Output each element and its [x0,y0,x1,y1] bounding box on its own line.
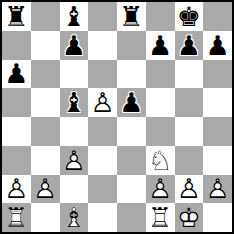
square-d1[interactable] [88,203,117,232]
square-g6[interactable] [175,60,204,89]
square-e8[interactable]: ♜ [117,2,146,31]
square-a7[interactable] [2,31,31,60]
black-pawn-e5-icon: ♟ [117,88,146,117]
white-rook-f1-icon: ♜♖ [146,203,175,232]
square-a6[interactable]: ♟ [2,60,31,89]
white-pawn-b2-icon: ♟♙ [31,175,60,204]
black-rook-e8-icon: ♜ [117,2,146,31]
white-pawn-a2-icon: ♟♙ [2,175,31,204]
square-c8[interactable]: ♝ [60,2,89,31]
square-c7[interactable]: ♟ [60,31,89,60]
square-a3[interactable] [2,146,31,175]
square-d7[interactable] [88,31,117,60]
square-g5[interactable] [175,88,204,117]
black-pawn-g7-icon: ♟ [175,31,204,60]
square-f5[interactable] [146,88,175,117]
chess-board: ♜♝♜♚♟♟♟♟♟♝♟♙♟♟♙♞♘♟♙♟♙♟♙♟♙♟♙♜♖♝♗♜♖♚♔ [0,0,234,234]
square-b6[interactable] [31,60,60,89]
square-c1[interactable]: ♝♗ [60,203,89,232]
square-b3[interactable] [31,146,60,175]
square-f4[interactable] [146,117,175,146]
square-h2[interactable]: ♟♙ [203,175,232,204]
square-c3[interactable]: ♟♙ [60,146,89,175]
square-b4[interactable] [31,117,60,146]
square-h4[interactable] [203,117,232,146]
square-h6[interactable] [203,60,232,89]
square-f7[interactable]: ♟ [146,31,175,60]
square-h5[interactable] [203,88,232,117]
square-e4[interactable] [117,117,146,146]
square-b7[interactable] [31,31,60,60]
black-pawn-c7-icon: ♟ [60,31,89,60]
white-rook-a1-icon: ♜♖ [2,203,31,232]
square-a5[interactable] [2,88,31,117]
square-c2[interactable] [60,175,89,204]
white-pawn-d5-icon: ♟♙ [88,88,117,117]
white-pawn-g2-icon: ♟♙ [175,175,204,204]
black-pawn-f7-icon: ♟ [146,31,175,60]
square-g2[interactable]: ♟♙ [175,175,204,204]
white-pawn-c3-icon: ♟♙ [60,146,89,175]
square-a1[interactable]: ♜♖ [2,203,31,232]
black-bishop-c8-icon: ♝ [60,2,89,31]
square-e5[interactable]: ♟ [117,88,146,117]
white-pawn-h2-icon: ♟♙ [203,175,232,204]
square-c6[interactable] [60,60,89,89]
square-e3[interactable] [117,146,146,175]
square-f6[interactable] [146,60,175,89]
square-f2[interactable]: ♟♙ [146,175,175,204]
square-c5[interactable]: ♝ [60,88,89,117]
square-e2[interactable] [117,175,146,204]
square-h1[interactable] [203,203,232,232]
square-b1[interactable] [31,203,60,232]
square-b5[interactable] [31,88,60,117]
square-g8[interactable]: ♚ [175,2,204,31]
square-g1[interactable]: ♚♔ [175,203,204,232]
square-h3[interactable] [203,146,232,175]
square-d6[interactable] [88,60,117,89]
black-pawn-a6-icon: ♟ [2,60,31,89]
square-g4[interactable] [175,117,204,146]
square-e6[interactable] [117,60,146,89]
white-pawn-f2-icon: ♟♙ [146,175,175,204]
white-bishop-c1-icon: ♝♗ [60,203,89,232]
square-f1[interactable]: ♜♖ [146,203,175,232]
square-g3[interactable] [175,146,204,175]
white-king-g1-icon: ♚♔ [175,203,204,232]
square-b8[interactable] [31,2,60,31]
square-a8[interactable]: ♜ [2,2,31,31]
black-rook-a8-icon: ♜ [2,2,31,31]
black-pawn-h7-icon: ♟ [203,31,232,60]
square-b2[interactable]: ♟♙ [31,175,60,204]
square-d5[interactable]: ♟♙ [88,88,117,117]
square-h7[interactable]: ♟ [203,31,232,60]
square-d8[interactable] [88,2,117,31]
square-e1[interactable] [117,203,146,232]
square-f8[interactable] [146,2,175,31]
square-h8[interactable] [203,2,232,31]
square-a4[interactable] [2,117,31,146]
square-g7[interactable]: ♟ [175,31,204,60]
white-knight-f3-icon: ♞♘ [146,146,175,175]
square-e7[interactable] [117,31,146,60]
square-d2[interactable] [88,175,117,204]
black-bishop-c5-icon: ♝ [60,88,89,117]
black-king-g8-icon: ♚ [175,2,204,31]
square-c4[interactable] [60,117,89,146]
square-d4[interactable] [88,117,117,146]
square-d3[interactable] [88,146,117,175]
square-f3[interactable]: ♞♘ [146,146,175,175]
square-a2[interactable]: ♟♙ [2,175,31,204]
